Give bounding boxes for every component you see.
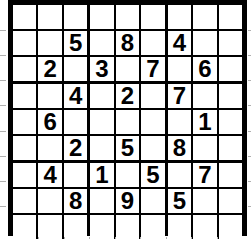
right-margin-tick	[248, 156, 251, 157]
cell-r4c3[interactable]: 4	[64, 84, 87, 108]
cell-r9c3[interactable]	[64, 215, 87, 239]
cell-r9c8[interactable]	[193, 215, 216, 239]
cell-r1c4[interactable]	[90, 5, 113, 29]
bottom-margin-tick	[166, 237, 167, 239]
cell-r9c2[interactable]	[38, 215, 61, 239]
cell-r5c4[interactable]	[90, 110, 113, 134]
cell-r1c1[interactable]	[13, 5, 36, 29]
cell-r2c9[interactable]	[219, 31, 242, 55]
cell-r8c7[interactable]: 5	[168, 189, 191, 213]
cell-r7c4[interactable]: 1	[90, 163, 113, 187]
cell-r7c6[interactable]: 5	[141, 163, 164, 187]
cell-r1c3[interactable]	[64, 5, 87, 29]
cell-r7c7[interactable]	[168, 163, 191, 187]
box-r3c2: 159	[90, 163, 164, 239]
bottom-margin-tick	[217, 237, 218, 239]
cell-r1c6[interactable]	[141, 5, 164, 29]
cell-r4c9[interactable]	[219, 84, 242, 108]
right-margin-tick	[248, 181, 251, 182]
cell-r8c3[interactable]: 8	[64, 189, 87, 213]
cell-r2c6[interactable]	[141, 31, 164, 55]
cell-r4c5[interactable]: 2	[116, 84, 139, 108]
cell-r2c1[interactable]	[13, 31, 36, 55]
box-r3c1: 48	[13, 163, 87, 239]
cell-r9c9[interactable]	[219, 215, 242, 239]
cell-r5c6[interactable]	[141, 110, 164, 134]
left-margin-tick	[0, 181, 6, 182]
cell-r2c3[interactable]: 5	[64, 31, 87, 55]
left-margin-tick	[0, 55, 6, 56]
box-r2c3: 718	[168, 84, 242, 160]
box-r2c1: 462	[13, 84, 87, 160]
box-r3c3: 75	[168, 163, 242, 239]
cell-r2c5[interactable]: 8	[116, 31, 139, 55]
cell-r6c3[interactable]: 2	[64, 136, 87, 160]
cell-r5c3[interactable]	[64, 110, 87, 134]
cell-r5c8[interactable]: 1	[193, 110, 216, 134]
left-margin-tick	[0, 131, 6, 132]
cell-r7c1[interactable]	[13, 163, 36, 187]
cell-r3c7[interactable]	[168, 57, 191, 81]
cell-r6c1[interactable]	[13, 136, 36, 160]
cell-r1c9[interactable]	[219, 5, 242, 29]
cell-r9c7[interactable]	[168, 215, 191, 239]
cell-r4c2[interactable]	[38, 84, 61, 108]
cell-r3c4[interactable]: 3	[90, 57, 113, 81]
left-margin-tick	[0, 30, 6, 31]
cell-r8c5[interactable]: 9	[116, 189, 139, 213]
box-r1c3: 46	[168, 5, 242, 81]
cell-r6c5[interactable]: 5	[116, 136, 139, 160]
cell-r9c1[interactable]	[13, 215, 36, 239]
cell-r2c4[interactable]	[90, 31, 113, 55]
cell-r8c9[interactable]	[219, 189, 242, 213]
cell-r7c9[interactable]	[219, 163, 242, 187]
cell-r1c7[interactable]	[168, 5, 191, 29]
bottom-margin-tick	[191, 237, 192, 239]
cell-r6c9[interactable]	[219, 136, 242, 160]
cell-r7c3[interactable]	[64, 163, 87, 187]
cell-r3c1[interactable]	[13, 57, 36, 81]
cell-r1c5[interactable]	[116, 5, 139, 29]
cell-r8c2[interactable]	[38, 189, 61, 213]
cell-r5c7[interactable]	[168, 110, 191, 134]
cell-r5c2[interactable]: 6	[38, 110, 61, 134]
cell-r4c6[interactable]	[141, 84, 164, 108]
cell-r2c2[interactable]	[38, 31, 61, 55]
cell-r3c9[interactable]	[219, 57, 242, 81]
cell-r8c4[interactable]	[90, 189, 113, 213]
cell-r4c1[interactable]	[13, 84, 36, 108]
cell-r4c8[interactable]	[193, 84, 216, 108]
left-margin-tick	[0, 206, 6, 207]
left-margin-tick	[0, 105, 6, 106]
cell-r6c7[interactable]: 8	[168, 136, 191, 160]
cell-r7c5[interactable]	[116, 163, 139, 187]
cell-r6c8[interactable]	[193, 136, 216, 160]
bottom-margin-tick	[140, 237, 141, 239]
box-r1c1: 52	[13, 5, 87, 81]
cell-r8c6[interactable]	[141, 189, 164, 213]
bottom-margin-tick	[64, 237, 65, 239]
cell-r9c6[interactable]	[141, 215, 164, 239]
right-margin-tick	[248, 80, 251, 81]
cell-r5c5[interactable]	[116, 110, 139, 134]
cell-r6c6[interactable]	[141, 136, 164, 160]
bottom-margin-tick	[89, 237, 90, 239]
cell-r4c7[interactable]: 7	[168, 84, 191, 108]
left-margin-tick	[0, 156, 6, 157]
cell-r7c8[interactable]: 7	[193, 163, 216, 187]
bottom-margin-tick	[38, 237, 39, 239]
cell-r8c1[interactable]	[13, 189, 36, 213]
cell-r5c1[interactable]	[13, 110, 36, 134]
cell-r3c8[interactable]: 6	[193, 57, 216, 81]
cell-r9c4[interactable]	[90, 215, 113, 239]
sudoku-puzzle-page: 5283746462257184815975	[0, 0, 251, 239]
cell-r3c6[interactable]: 7	[141, 57, 164, 81]
cell-r5c9[interactable]	[219, 110, 242, 134]
cell-r3c3[interactable]	[64, 57, 87, 81]
left-margin-tick	[0, 80, 6, 81]
cell-r1c2[interactable]	[38, 5, 61, 29]
cell-r1c8[interactable]	[193, 5, 216, 29]
cell-r4c4[interactable]	[90, 84, 113, 108]
sudoku-board: 5283746462257184815975	[8, 0, 247, 236]
cell-r8c8[interactable]	[193, 189, 216, 213]
right-margin-tick	[248, 206, 251, 207]
right-margin-tick	[248, 30, 251, 31]
cell-r3c2[interactable]: 2	[38, 57, 61, 81]
bottom-margin-tick	[115, 237, 116, 239]
box-r1c2: 837	[90, 5, 164, 81]
right-margin-tick	[248, 55, 251, 56]
cell-r2c8[interactable]	[193, 31, 216, 55]
cell-r3c5[interactable]	[116, 57, 139, 81]
right-margin-tick	[248, 105, 251, 106]
cell-r6c2[interactable]	[38, 136, 61, 160]
cell-r7c2[interactable]: 4	[38, 163, 61, 187]
box-r2c2: 25	[90, 84, 164, 160]
cell-r9c5[interactable]	[116, 215, 139, 239]
right-margin-tick	[248, 131, 251, 132]
cell-r6c4[interactable]	[90, 136, 113, 160]
cell-r2c7[interactable]: 4	[168, 31, 191, 55]
